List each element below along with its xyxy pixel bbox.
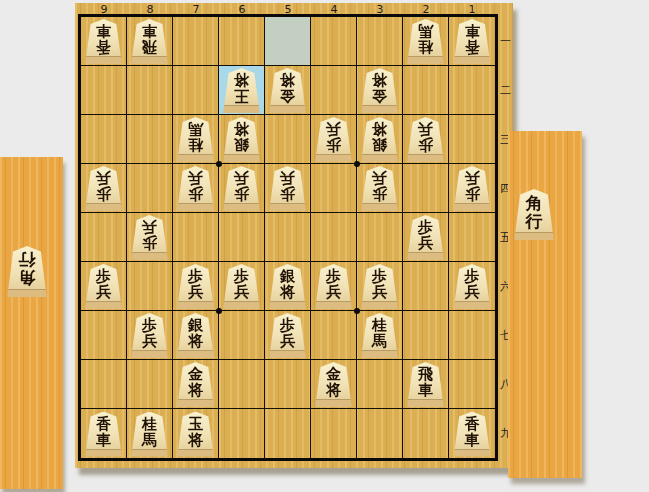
piece-kanji: 香車 <box>84 23 123 55</box>
piece-kanji: 歩兵 <box>406 219 445 251</box>
piece-角行-gote[interactable]: 角行 <box>6 246 48 297</box>
piece-歩兵-sente[interactable]: 歩兵 <box>268 313 307 358</box>
square-9-八[interactable] <box>81 360 127 409</box>
square-5-三[interactable] <box>265 115 311 164</box>
square-8-六[interactable] <box>127 262 173 311</box>
square-8-五[interactable]: 歩兵 <box>127 213 173 262</box>
square-4-六[interactable]: 歩兵 <box>311 262 357 311</box>
square-2-三[interactable]: 歩兵 <box>403 115 449 164</box>
piece-kanji: 歩兵 <box>314 121 353 153</box>
piece-飛車-gote[interactable]: 飛車 <box>130 19 169 64</box>
square-6-二[interactable]: 王将 <box>219 66 265 115</box>
piece-桂馬-sente[interactable]: 桂馬 <box>360 313 399 358</box>
square-6-七[interactable] <box>219 311 265 360</box>
square-6-九[interactable] <box>219 409 265 458</box>
piece-kanji: 歩兵 <box>453 268 492 300</box>
piece-kanji: 歩兵 <box>84 170 123 202</box>
square-1-六[interactable]: 歩兵 <box>449 262 495 311</box>
piece-kanji: 歩兵 <box>176 170 215 202</box>
square-8-七[interactable]: 歩兵 <box>127 311 173 360</box>
square-1-五[interactable] <box>449 213 495 262</box>
piece-歩兵-gote[interactable]: 歩兵 <box>130 215 169 260</box>
square-7-五[interactable] <box>173 213 219 262</box>
piece-歩兵-sente[interactable]: 歩兵 <box>222 264 261 309</box>
komadai-gote: 角行 <box>0 157 63 489</box>
square-6-四[interactable]: 歩兵 <box>219 164 265 213</box>
piece-金将-gote[interactable]: 金将 <box>268 68 307 113</box>
piece-桂馬-sente[interactable]: 桂馬 <box>130 412 169 457</box>
piece-kanji: 角行 <box>513 194 555 230</box>
piece-金将-sente[interactable]: 金将 <box>314 362 353 407</box>
piece-kanji: 銀将 <box>176 317 215 349</box>
square-7-九[interactable]: 玉将 <box>173 409 219 458</box>
rank-label: 二 <box>498 66 513 115</box>
piece-kanji: 金将 <box>176 366 215 398</box>
square-5-六[interactable]: 銀将 <box>265 262 311 311</box>
square-8-三[interactable] <box>127 115 173 164</box>
square-7-八[interactable]: 金将 <box>173 360 219 409</box>
piece-kanji: 歩兵 <box>314 268 353 300</box>
square-8-九[interactable]: 桂馬 <box>127 409 173 458</box>
piece-kanji: 歩兵 <box>268 170 307 202</box>
board-panel: 987654321 一二三四五六七八九 香車飛車桂馬香車王将金将金将桂馬銀将歩兵… <box>75 3 513 468</box>
square-1-八[interactable] <box>449 360 495 409</box>
square-6-五[interactable] <box>219 213 265 262</box>
square-7-七[interactable]: 銀将 <box>173 311 219 360</box>
square-2-六[interactable] <box>403 262 449 311</box>
square-1-三[interactable] <box>449 115 495 164</box>
piece-歩兵-gote[interactable]: 歩兵 <box>176 166 215 211</box>
piece-kanji: 香車 <box>84 416 123 448</box>
piece-銀将-gote[interactable]: 銀将 <box>360 117 399 162</box>
piece-kanji: 歩兵 <box>176 268 215 300</box>
square-7-三[interactable]: 桂馬 <box>173 115 219 164</box>
square-3-五[interactable] <box>357 213 403 262</box>
square-1-二[interactable] <box>449 66 495 115</box>
piece-香車-sente[interactable]: 香車 <box>453 412 492 457</box>
piece-歩兵-gote[interactable]: 歩兵 <box>314 117 353 162</box>
hoshi-dot <box>354 161 360 167</box>
piece-香車-sente[interactable]: 香車 <box>84 412 123 457</box>
piece-歩兵-gote[interactable]: 歩兵 <box>360 166 399 211</box>
piece-kanji: 銀将 <box>268 268 307 300</box>
piece-kanji: 玉将 <box>176 416 215 448</box>
piece-kanji: 香車 <box>453 23 492 55</box>
piece-金将-sente[interactable]: 金将 <box>176 362 215 407</box>
piece-kanji: 金将 <box>314 366 353 398</box>
square-6-六[interactable]: 歩兵 <box>219 262 265 311</box>
square-9-七[interactable] <box>81 311 127 360</box>
piece-歩兵-gote[interactable]: 歩兵 <box>406 117 445 162</box>
piece-桂馬-gote[interactable]: 桂馬 <box>406 19 445 64</box>
square-2-四[interactable] <box>403 164 449 213</box>
piece-kanji: 歩兵 <box>268 317 307 349</box>
square-5-二[interactable]: 金将 <box>265 66 311 115</box>
piece-金将-gote[interactable]: 金将 <box>360 68 399 113</box>
square-7-二[interactable] <box>173 66 219 115</box>
square-9-五[interactable] <box>81 213 127 262</box>
piece-kanji: 王将 <box>222 72 261 104</box>
square-9-六[interactable]: 歩兵 <box>81 262 127 311</box>
piece-銀将-sente[interactable]: 銀将 <box>268 264 307 309</box>
piece-香車-gote[interactable]: 香車 <box>453 19 492 64</box>
board-frame: 香車飛車桂馬香車王将金将金将桂馬銀将歩兵銀将歩兵歩兵歩兵歩兵歩兵歩兵歩兵歩兵歩兵… <box>78 14 498 461</box>
piece-kanji: 歩兵 <box>360 170 399 202</box>
square-5-七[interactable]: 歩兵 <box>265 311 311 360</box>
square-4-四[interactable] <box>311 164 357 213</box>
square-4-二[interactable] <box>311 66 357 115</box>
square-9-二[interactable] <box>81 66 127 115</box>
square-8-二[interactable] <box>127 66 173 115</box>
square-7-四[interactable]: 歩兵 <box>173 164 219 213</box>
piece-歩兵-gote[interactable]: 歩兵 <box>453 166 492 211</box>
piece-kanji: 歩兵 <box>406 121 445 153</box>
square-8-一[interactable]: 飛車 <box>127 17 173 66</box>
piece-kanji: 歩兵 <box>222 268 261 300</box>
square-5-八[interactable] <box>265 360 311 409</box>
square-3-三[interactable]: 銀将 <box>357 115 403 164</box>
piece-角行-sente[interactable]: 角行 <box>513 189 555 240</box>
square-4-八[interactable]: 金将 <box>311 360 357 409</box>
square-2-一[interactable]: 桂馬 <box>403 17 449 66</box>
square-3-一[interactable] <box>357 17 403 66</box>
piece-香車-gote[interactable]: 香車 <box>84 19 123 64</box>
piece-kanji: 金将 <box>360 72 399 104</box>
piece-玉将-sente[interactable]: 玉将 <box>176 412 215 457</box>
piece-kanji: 銀将 <box>360 121 399 153</box>
piece-kanji: 歩兵 <box>130 219 169 251</box>
square-1-七[interactable] <box>449 311 495 360</box>
piece-kanji: 銀将 <box>222 121 261 153</box>
piece-kanji: 歩兵 <box>222 170 261 202</box>
square-6-一[interactable] <box>219 17 265 66</box>
piece-銀将-sente[interactable]: 銀将 <box>176 313 215 358</box>
square-3-四[interactable]: 歩兵 <box>357 164 403 213</box>
square-9-九[interactable]: 香車 <box>81 409 127 458</box>
square-3-二[interactable]: 金将 <box>357 66 403 115</box>
piece-銀将-gote[interactable]: 銀将 <box>222 117 261 162</box>
komadai-sente: 角行 <box>508 131 582 478</box>
piece-kanji: 飛車 <box>130 23 169 55</box>
square-1-一[interactable]: 香車 <box>449 17 495 66</box>
piece-歩兵-sente[interactable]: 歩兵 <box>406 215 445 260</box>
piece-歩兵-sente[interactable]: 歩兵 <box>176 264 215 309</box>
square-4-五[interactable] <box>311 213 357 262</box>
piece-歩兵-gote[interactable]: 歩兵 <box>222 166 261 211</box>
piece-桂馬-gote[interactable]: 桂馬 <box>176 117 215 162</box>
square-1-九[interactable]: 香車 <box>449 409 495 458</box>
piece-歩兵-sente[interactable]: 歩兵 <box>84 264 123 309</box>
square-3-六[interactable]: 歩兵 <box>357 262 403 311</box>
square-2-九[interactable] <box>403 409 449 458</box>
hoshi-dot <box>216 161 222 167</box>
square-6-三[interactable]: 銀将 <box>219 115 265 164</box>
piece-歩兵-sente[interactable]: 歩兵 <box>314 264 353 309</box>
square-2-七[interactable] <box>403 311 449 360</box>
square-5-四[interactable]: 歩兵 <box>265 164 311 213</box>
piece-kanji: 桂馬 <box>406 23 445 55</box>
hoshi-dot <box>354 308 360 314</box>
app-background: 角行 987654321 一二三四五六七八九 香車飛車桂馬香車王将金将金将桂馬銀… <box>0 0 649 492</box>
piece-歩兵-gote[interactable]: 歩兵 <box>84 166 123 211</box>
square-3-九[interactable] <box>357 409 403 458</box>
piece-kanji: 角行 <box>6 251 48 287</box>
piece-kanji: 歩兵 <box>130 317 169 349</box>
square-3-七[interactable]: 桂馬 <box>357 311 403 360</box>
square-8-八[interactable] <box>127 360 173 409</box>
piece-kanji: 桂馬 <box>130 416 169 448</box>
piece-kanji: 桂馬 <box>176 121 215 153</box>
square-4-九[interactable] <box>311 409 357 458</box>
piece-歩兵-sente[interactable]: 歩兵 <box>360 264 399 309</box>
piece-kanji: 歩兵 <box>84 268 123 300</box>
piece-歩兵-sente[interactable]: 歩兵 <box>453 264 492 309</box>
piece-kanji: 歩兵 <box>453 170 492 202</box>
square-9-一[interactable]: 香車 <box>81 17 127 66</box>
square-4-三[interactable]: 歩兵 <box>311 115 357 164</box>
square-3-八[interactable] <box>357 360 403 409</box>
piece-kanji: 飛車 <box>406 366 445 398</box>
square-1-四[interactable]: 歩兵 <box>449 164 495 213</box>
square-2-八[interactable]: 飛車 <box>403 360 449 409</box>
board-grid: 香車飛車桂馬香車王将金将金将桂馬銀将歩兵銀将歩兵歩兵歩兵歩兵歩兵歩兵歩兵歩兵歩兵… <box>81 17 495 458</box>
rank-label: 一 <box>498 17 513 66</box>
hoshi-dot <box>216 308 222 314</box>
piece-歩兵-sente[interactable]: 歩兵 <box>130 313 169 358</box>
piece-王将-gote[interactable]: 王将 <box>222 68 261 113</box>
square-9-四[interactable]: 歩兵 <box>81 164 127 213</box>
square-7-一[interactable] <box>173 17 219 66</box>
piece-kanji: 金将 <box>268 72 307 104</box>
square-2-二[interactable] <box>403 66 449 115</box>
square-6-八[interactable] <box>219 360 265 409</box>
square-8-四[interactable] <box>127 164 173 213</box>
square-5-九[interactable] <box>265 409 311 458</box>
square-4-七[interactable] <box>311 311 357 360</box>
piece-飛車-sente[interactable]: 飛車 <box>406 362 445 407</box>
square-4-一[interactable] <box>311 17 357 66</box>
square-7-六[interactable]: 歩兵 <box>173 262 219 311</box>
square-2-五[interactable]: 歩兵 <box>403 213 449 262</box>
piece-kanji: 歩兵 <box>360 268 399 300</box>
piece-kanji: 香車 <box>453 416 492 448</box>
square-5-五[interactable] <box>265 213 311 262</box>
piece-kanji: 桂馬 <box>360 317 399 349</box>
piece-歩兵-gote[interactable]: 歩兵 <box>268 166 307 211</box>
square-9-三[interactable] <box>81 115 127 164</box>
square-5-一[interactable] <box>265 17 311 66</box>
